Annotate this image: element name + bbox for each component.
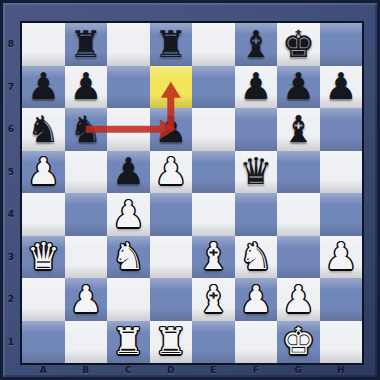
piece-white-pawn[interactable]: ♟ [324,238,357,275]
piece-white-pawn[interactable]: ♟ [69,281,102,318]
rank-label-5: 5 [0,151,22,194]
piece-black-pawn[interactable]: ♟ [27,68,60,105]
square-c4[interactable]: ♟ [107,193,150,236]
file-label-h: H [320,362,363,378]
square-b3[interactable] [65,236,108,279]
piece-white-pawn[interactable]: ♟ [27,153,60,190]
square-c1[interactable]: ♜ [107,321,150,364]
square-g6[interactable]: ♝ [277,108,320,151]
piece-black-pawn[interactable]: ♟ [239,68,272,105]
piece-black-knight[interactable]: ♞ [69,111,102,148]
piece-white-pawn[interactable]: ♟ [154,153,187,190]
square-h1[interactable] [320,321,363,364]
square-d3[interactable] [150,236,193,279]
square-a1[interactable] [22,321,65,364]
square-a3[interactable]: ♛ [22,236,65,279]
square-f3[interactable]: ♞ [235,236,278,279]
square-d4[interactable] [150,193,193,236]
square-e5[interactable] [192,151,235,194]
piece-white-queen[interactable]: ♛ [27,238,60,275]
board-frame: 87654321 ABCDEFGH ♜♜♝♚♟♟♟♟♟♞♞♟♝♟♟♟♛♟♛♞♝♞… [0,0,380,380]
piece-white-bishop[interactable]: ♝ [197,238,230,275]
square-b7[interactable]: ♟ [65,66,108,109]
rank-label-3: 3 [0,236,22,279]
file-label-f: F [235,362,278,378]
square-g1[interactable]: ♚ [277,321,320,364]
square-f1[interactable] [235,321,278,364]
square-h7[interactable]: ♟ [320,66,363,109]
square-d7[interactable] [150,66,193,109]
square-d6[interactable]: ♟ [150,108,193,151]
square-b1[interactable] [65,321,108,364]
square-c6[interactable] [107,108,150,151]
square-e3[interactable]: ♝ [192,236,235,279]
square-g7[interactable]: ♟ [277,66,320,109]
square-e6[interactable] [192,108,235,151]
rank-label-7: 7 [0,66,22,109]
piece-white-rook[interactable]: ♜ [112,323,145,360]
file-label-e: E [192,362,235,378]
piece-black-knight[interactable]: ♞ [27,111,60,148]
square-f5[interactable]: ♛ [235,151,278,194]
file-label-a: A [22,362,65,378]
square-d2[interactable] [150,278,193,321]
piece-black-rook[interactable]: ♜ [154,26,187,63]
square-g2[interactable]: ♟ [277,278,320,321]
piece-black-pawn[interactable]: ♟ [324,68,357,105]
square-h5[interactable] [320,151,363,194]
file-label-d: D [150,362,193,378]
rank-label-2: 2 [0,278,22,321]
square-f8[interactable]: ♝ [235,23,278,66]
rank-label-4: 4 [0,193,22,236]
rank-label-6: 6 [0,108,22,151]
piece-black-pawn[interactable]: ♟ [154,111,187,148]
square-a4[interactable] [22,193,65,236]
file-label-c: C [107,362,150,378]
square-g5[interactable] [277,151,320,194]
rank-label-1: 1 [0,321,22,364]
rank-labels: 87654321 [0,23,22,363]
square-b8[interactable]: ♜ [65,23,108,66]
square-h4[interactable] [320,193,363,236]
square-a5[interactable]: ♟ [22,151,65,194]
square-a6[interactable]: ♞ [22,108,65,151]
piece-black-bishop[interactable]: ♝ [282,111,315,148]
piece-white-knight[interactable]: ♞ [112,238,145,275]
square-h3[interactable]: ♟ [320,236,363,279]
square-f2[interactable]: ♟ [235,278,278,321]
square-e8[interactable] [192,23,235,66]
piece-black-pawn[interactable]: ♟ [112,153,145,190]
piece-white-pawn[interactable]: ♟ [112,196,145,233]
square-c7[interactable] [107,66,150,109]
piece-white-pawn[interactable]: ♟ [282,281,315,318]
square-c8[interactable] [107,23,150,66]
file-label-b: B [65,362,108,378]
square-h6[interactable] [320,108,363,151]
square-f6[interactable] [235,108,278,151]
square-e4[interactable] [192,193,235,236]
square-a7[interactable]: ♟ [22,66,65,109]
square-h8[interactable] [320,23,363,66]
square-g8[interactable]: ♚ [277,23,320,66]
square-f4[interactable] [235,193,278,236]
piece-white-king[interactable]: ♚ [282,323,315,360]
piece-white-rook[interactable]: ♜ [154,323,187,360]
piece-black-king[interactable]: ♚ [282,26,315,63]
square-c3[interactable]: ♞ [107,236,150,279]
square-c5[interactable]: ♟ [107,151,150,194]
square-g3[interactable] [277,236,320,279]
square-e7[interactable] [192,66,235,109]
chess-board: ♜♜♝♚♟♟♟♟♟♞♞♟♝♟♟♟♛♟♛♞♝♞♟♟♝♟♟♜♜♚ [22,23,362,363]
square-f7[interactable]: ♟ [235,66,278,109]
square-d8[interactable]: ♜ [150,23,193,66]
square-d5[interactable]: ♟ [150,151,193,194]
square-b6[interactable]: ♞ [65,108,108,151]
square-a2[interactable] [22,278,65,321]
piece-white-knight[interactable]: ♞ [239,238,272,275]
square-h2[interactable] [320,278,363,321]
piece-black-rook[interactable]: ♜ [69,26,102,63]
square-d1[interactable]: ♜ [150,321,193,364]
piece-black-pawn[interactable]: ♟ [69,68,102,105]
square-e2[interactable]: ♝ [192,278,235,321]
square-b2[interactable]: ♟ [65,278,108,321]
file-label-g: G [277,362,320,378]
rank-label-8: 8 [0,23,22,66]
piece-black-queen[interactable]: ♛ [239,153,272,190]
square-c2[interactable] [107,278,150,321]
piece-white-pawn[interactable]: ♟ [239,281,272,318]
file-labels: ABCDEFGH [22,362,362,378]
piece-white-bishop[interactable]: ♝ [197,281,230,318]
piece-black-bishop[interactable]: ♝ [239,26,272,63]
piece-black-pawn[interactable]: ♟ [282,68,315,105]
square-e1[interactable] [192,321,235,364]
square-b5[interactable] [65,151,108,194]
square-g4[interactable] [277,193,320,236]
square-b4[interactable] [65,193,108,236]
square-a8[interactable] [22,23,65,66]
